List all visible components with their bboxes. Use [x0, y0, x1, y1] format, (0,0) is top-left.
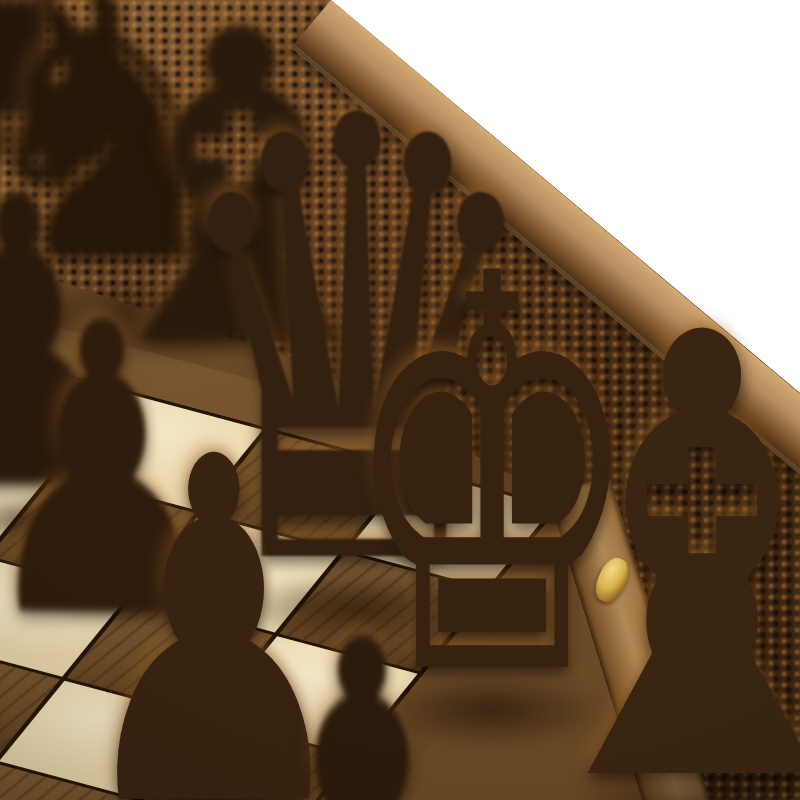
piece-pawn-d7: ♟: [227, 585, 497, 800]
chess-set-photo: ♜♞♝♟♟♛♟♚♟♝: [0, 0, 800, 800]
piece-bishop-f8: ♝: [483, 257, 800, 800]
